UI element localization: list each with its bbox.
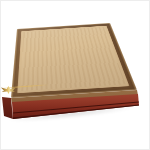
chess-box-product-photo	[0, 0, 150, 150]
box-body	[1, 86, 150, 121]
